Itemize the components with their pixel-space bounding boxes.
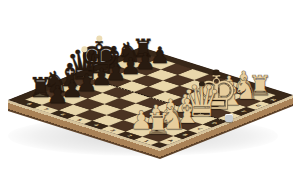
- chess-set: ABCDEFGH12345678 ♜♞♝♛♚♝♞♜♟♟♟♟♟♟♟♟♟♟♟♟♟♟♟…: [0, 0, 300, 190]
- piece-white-rook-a1[interactable]: ♜: [145, 110, 171, 139]
- piece-black-pawn-a7[interactable]: ♟: [47, 83, 69, 107]
- crown-accent: [199, 81, 205, 87]
- crown-accent: [82, 47, 87, 52]
